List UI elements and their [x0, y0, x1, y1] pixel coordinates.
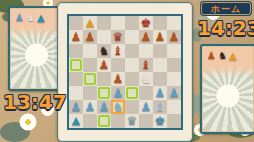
square-b3[interactable]: [83, 86, 97, 100]
square-g3[interactable]: ♟: [153, 86, 167, 100]
piece-anubis-red[interactable]: ♞: [97, 44, 111, 58]
square-f4[interactable]: ♞: [139, 72, 153, 86]
square-c1[interactable]: [97, 114, 111, 128]
square-e5[interactable]: [125, 58, 139, 72]
square-b1[interactable]: [83, 114, 97, 128]
piece-pharaoh-king-red[interactable]: ♚: [139, 16, 153, 30]
piece-ibis-bird-blue[interactable]: ♝: [153, 100, 167, 114]
piece-scarab-blue[interactable]: ♟: [97, 100, 111, 114]
square-f5[interactable]: ♝: [139, 58, 153, 72]
square-e3[interactable]: [125, 86, 139, 100]
water-lily-flower: [18, 112, 38, 132]
square-b6[interactable]: [83, 44, 97, 58]
square-c8[interactable]: [97, 16, 111, 30]
square-g6[interactable]: [153, 44, 167, 58]
square-c4[interactable]: [97, 72, 111, 86]
square-c6[interactable]: ♞: [97, 44, 111, 58]
piece-pyramid-blue[interactable]: ▲: [69, 114, 83, 128]
piece-scarab-red[interactable]: ♟: [167, 30, 181, 44]
square-h8[interactable]: [167, 16, 181, 30]
captured-tray-card-right: ♟♞▲: [200, 44, 254, 134]
square-h4[interactable]: [167, 72, 181, 86]
square-h1[interactable]: [167, 114, 181, 128]
captured-piece-rabbit-blue: ♞: [26, 12, 35, 24]
timer-bottom-left: 13:47: [3, 90, 63, 114]
square-d5[interactable]: [111, 58, 125, 72]
piece-scarab-blue[interactable]: ♟: [83, 100, 97, 114]
square-g7[interactable]: ♟: [153, 30, 167, 44]
square-e8[interactable]: [125, 16, 139, 30]
square-d1[interactable]: [111, 114, 125, 128]
square-c3[interactable]: [97, 86, 111, 100]
left-tray: ♟♞▲: [10, 8, 63, 24]
square-d2[interactable]: ♞: [111, 100, 125, 114]
piece-scarab-red[interactable]: ♟: [153, 30, 167, 44]
square-b2[interactable]: ♟: [83, 100, 97, 114]
square-g5[interactable]: [153, 58, 167, 72]
square-b8[interactable]: ▲: [83, 16, 97, 30]
square-h7[interactable]: ♟: [167, 30, 181, 44]
square-h3[interactable]: ♟: [167, 86, 181, 100]
square-d7[interactable]: ♛: [111, 30, 125, 44]
square-a6[interactable]: [69, 44, 83, 58]
right-tray: ♟♞▲: [202, 46, 254, 62]
square-e4[interactable]: [125, 72, 139, 86]
home-button[interactable]: ホーム: [201, 2, 251, 15]
game-screen: ♟♞▲ ♟♞▲ ▲♚♟♟♛♟♟♟♞♝♟♝♟♞♟♟♟♟♟♟♞♟♝▲♛♚ 13:47…: [0, 0, 254, 142]
piece-falcon-red[interactable]: ♝: [139, 58, 153, 72]
piece-rabbit-blue[interactable]: ♞: [139, 72, 153, 86]
captured-piece-scarab-red: ♟: [207, 50, 216, 62]
piece-scarab-red[interactable]: ♟: [97, 58, 111, 72]
square-h2[interactable]: [167, 100, 181, 114]
piece-scarab-blue[interactable]: ♟: [111, 86, 125, 100]
piece-falcon-red[interactable]: ♝: [111, 44, 125, 58]
piece-scarab-blue[interactable]: ♟: [139, 100, 153, 114]
square-e7[interactable]: [125, 30, 139, 44]
board-grid: ▲♚♟♟♛♟♟♟♞♝♟♝♟♞♟♟♟♟♟♟♞♟♝▲♛♚: [67, 14, 183, 130]
square-d8[interactable]: [111, 16, 125, 30]
square-a8[interactable]: [69, 16, 83, 30]
square-d4[interactable]: ♟: [111, 72, 125, 86]
square-g8[interactable]: [153, 16, 167, 30]
square-c2[interactable]: ♟: [97, 100, 111, 114]
square-d6[interactable]: ♝: [111, 44, 125, 58]
square-e2[interactable]: [125, 100, 139, 114]
square-f3[interactable]: [139, 86, 153, 100]
square-b5[interactable]: [83, 58, 97, 72]
square-f8[interactable]: ♚: [139, 16, 153, 30]
square-g2[interactable]: ♝: [153, 100, 167, 114]
square-e6[interactable]: [125, 44, 139, 58]
square-f6[interactable]: [139, 44, 153, 58]
piece-queen-head-blue[interactable]: ♛: [125, 114, 139, 128]
square-a3[interactable]: [69, 86, 83, 100]
square-g1[interactable]: ♚: [153, 114, 167, 128]
square-a5[interactable]: [69, 58, 83, 72]
timer-top-right: 14:23: [197, 16, 253, 40]
piece-pharaoh-king-blue[interactable]: ♚: [153, 114, 167, 128]
square-a1[interactable]: ▲: [69, 114, 83, 128]
piece-scarab-red[interactable]: ♟: [69, 30, 83, 44]
square-a4[interactable]: [69, 72, 83, 86]
square-d3[interactable]: ♟: [111, 86, 125, 100]
captured-piece-pyramid-red: ▲: [229, 50, 237, 62]
piece-pyramid-red[interactable]: ▲: [83, 16, 97, 30]
piece-scarab-blue[interactable]: ♟: [153, 86, 167, 100]
piece-queen-head-red[interactable]: ♛: [111, 30, 125, 44]
square-f2[interactable]: ♟: [139, 100, 153, 114]
captured-piece-scarab-blue: ♟: [15, 12, 24, 24]
square-b7[interactable]: ♟: [83, 30, 97, 44]
square-h5[interactable]: [167, 58, 181, 72]
square-c7[interactable]: [97, 30, 111, 44]
piece-scarab-blue[interactable]: ♟: [69, 100, 83, 114]
board-panel: ▲♚♟♟♛♟♟♟♞♝♟♝♟♞♟♟♟♟♟♟♞♟♝▲♛♚: [57, 2, 193, 142]
square-h6[interactable]: [167, 44, 181, 58]
square-b4[interactable]: [83, 72, 97, 86]
square-f7[interactable]: ♟: [139, 30, 153, 44]
square-a2[interactable]: ♟: [69, 100, 83, 114]
piece-scarab-red[interactable]: ♟: [111, 72, 125, 86]
square-c5[interactable]: ♟: [97, 58, 111, 72]
piece-scarab-red[interactable]: ♟: [83, 30, 97, 44]
square-f1[interactable]: [139, 114, 153, 128]
square-g4[interactable]: [153, 72, 167, 86]
square-a7[interactable]: ♟: [69, 30, 83, 44]
captured-piece-pyramid-blue: ▲: [37, 12, 45, 24]
captured-piece-anubis-red: ♞: [218, 50, 227, 62]
piece-scarab-red[interactable]: ♟: [139, 30, 153, 44]
square-e1[interactable]: ♛: [125, 114, 139, 128]
piece-cat-blue[interactable]: ♞: [111, 100, 125, 114]
piece-scarab-blue[interactable]: ♟: [167, 86, 181, 100]
